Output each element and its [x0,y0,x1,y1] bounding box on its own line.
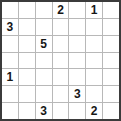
cell-r7c5[interactable] [69,103,85,119]
cell-r5c2[interactable] [19,69,35,85]
cell-r4c6[interactable] [86,53,102,69]
cell-r7c1[interactable] [2,103,18,119]
cell-r6c2[interactable] [19,86,35,102]
cell-r6c1[interactable] [2,86,18,102]
cell-r5c6[interactable] [86,69,102,85]
cell-r5c4[interactable] [53,69,69,85]
cell-r5c3[interactable] [36,69,52,85]
cell-r5c5[interactable] [69,69,85,85]
clue-cell-r5c1: 1 [2,69,18,85]
cell-r3c2[interactable] [19,36,35,52]
cell-r6c7[interactable] [103,86,119,102]
cell-r1c7[interactable] [103,2,119,18]
cell-r1c3[interactable] [36,2,52,18]
cell-r3c4[interactable] [53,36,69,52]
cell-r1c2[interactable] [19,2,35,18]
cell-r7c2[interactable] [19,103,35,119]
cell-r1c5[interactable] [69,2,85,18]
cell-r2c6[interactable] [86,19,102,35]
clue-cell-r2c1: 3 [2,19,18,35]
cell-r2c5[interactable] [69,19,85,35]
clue-cell-r1c6: 1 [86,2,102,18]
cell-r6c3[interactable] [36,86,52,102]
cell-r2c4[interactable] [53,19,69,35]
cell-r4c5[interactable] [69,53,85,69]
cell-r1c1[interactable] [2,2,18,18]
cell-r4c1[interactable] [2,53,18,69]
clue-cell-r7c3: 3 [36,103,52,119]
cell-r3c5[interactable] [69,36,85,52]
cell-r4c7[interactable] [103,53,119,69]
cell-r2c2[interactable] [19,19,35,35]
cell-r4c3[interactable] [36,53,52,69]
puzzle-board: 21351332 [0,0,121,121]
cell-r7c4[interactable] [53,103,69,119]
cell-r6c6[interactable] [86,86,102,102]
cell-r3c7[interactable] [103,36,119,52]
clue-cell-r1c4: 2 [53,2,69,18]
cell-r5c7[interactable] [103,69,119,85]
cell-r6c4[interactable] [53,86,69,102]
cell-r4c2[interactable] [19,53,35,69]
cell-r2c3[interactable] [36,19,52,35]
cell-r4c4[interactable] [53,53,69,69]
cell-r2c7[interactable] [103,19,119,35]
cell-r3c1[interactable] [2,36,18,52]
cell-r7c7[interactable] [103,103,119,119]
clue-cell-r7c6: 2 [86,103,102,119]
clue-cell-r6c5: 3 [69,86,85,102]
puzzle-container: 21351332 [0,0,121,121]
clue-cell-r3c3: 5 [36,36,52,52]
cell-r3c6[interactable] [86,36,102,52]
